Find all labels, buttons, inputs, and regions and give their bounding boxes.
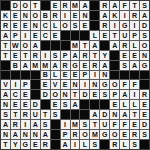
letter-cell[interactable]: L [51,21,60,30]
letter-cell[interactable]: D [11,1,20,10]
black-cell [61,31,70,40]
letter-cell[interactable]: S [51,110,60,119]
letter-cell[interactable]: P [61,130,70,139]
letter-cell[interactable]: E [11,51,20,60]
letter-cell[interactable]: A [100,11,109,20]
black-cell [31,90,40,99]
black-cell [51,140,60,149]
letter-cell[interactable]: N [1,130,10,139]
letter-cell[interactable]: S [90,140,99,149]
letter-cell[interactable]: E [90,90,99,99]
black-cell [80,110,89,119]
letter-cell[interactable]: G [140,61,149,70]
letter-cell[interactable]: D [140,21,149,30]
letter-cell[interactable]: O [51,90,60,99]
letter-cell[interactable]: T [130,1,139,10]
letter-cell[interactable]: N [90,80,99,89]
letter-cell[interactable]: T [1,140,10,149]
letter-cell[interactable]: R [80,51,89,60]
letter-cell[interactable]: E [51,100,60,109]
black-cell [1,1,10,10]
letter-cell[interactable]: A [120,110,129,119]
black-cell [61,41,70,50]
letter-cell[interactable]: N [140,51,149,60]
letter-cell[interactable]: F [110,120,119,129]
black-cell [31,71,40,80]
letter-cell[interactable]: A [90,110,99,119]
letter-cell[interactable]: A [11,130,20,139]
letter-cell[interactable]: E [120,51,129,60]
letter-cell[interactable]: B [41,71,50,80]
black-cell [41,41,50,50]
letter-cell[interactable]: R [41,140,50,149]
letter-cell[interactable]: S [1,110,10,119]
letter-cell[interactable]: O [110,130,119,139]
letter-cell[interactable]: A [41,130,50,139]
letter-cell[interactable]: A [80,1,89,10]
black-cell [90,100,99,109]
letter-cell[interactable]: A [110,1,119,10]
black-cell [110,71,119,80]
black-cell [71,31,80,40]
letter-cell[interactable]: E [11,21,20,30]
letter-cell[interactable]: I [90,71,99,80]
letter-cell[interactable]: L [120,100,129,109]
black-cell [110,61,119,70]
letter-cell[interactable]: T [110,31,119,40]
black-cell [21,71,30,80]
black-cell [100,140,109,149]
letter-cell[interactable]: T [1,41,10,50]
letter-cell[interactable]: A [31,120,40,129]
letter-cell[interactable]: E [100,31,109,40]
black-cell [51,120,60,129]
letter-cell[interactable]: T [41,110,50,119]
letter-cell[interactable]: E [51,1,60,10]
letter-cell[interactable]: A [90,41,99,50]
letter-cell[interactable]: I [21,120,30,129]
letter-cell[interactable]: F [130,80,139,89]
letter-cell[interactable]: M [71,41,80,50]
letter-cell[interactable]: I [41,51,50,60]
letter-cell[interactable]: K [110,11,119,20]
letter-cell[interactable]: M [31,61,40,70]
black-cell [140,140,149,149]
letter-cell[interactable]: C [41,31,50,40]
letter-cell[interactable]: E [130,120,139,129]
letter-cell[interactable]: R [110,140,119,149]
letter-cell[interactable]: A [71,100,80,109]
letter-cell[interactable]: G [100,130,109,139]
letter-cell[interactable]: R [1,21,10,30]
crossword-grid: DOTERMARAFTSKENOBRIENAKIRAREENCLOSERIGID… [0,0,150,150]
letter-cell[interactable]: R [31,51,40,60]
letter-cell[interactable]: O [31,11,40,20]
letter-cell[interactable]: A [71,51,80,60]
black-cell [110,51,119,60]
letter-cell[interactable]: O [80,130,89,139]
letter-cell[interactable]: E [61,71,70,80]
letter-cell[interactable]: S [140,31,149,40]
letter-cell[interactable]: S [130,140,139,149]
letter-cell[interactable]: P [61,51,70,60]
letter-cell[interactable]: T [90,120,99,129]
letter-cell[interactable]: V [1,80,10,89]
letter-cell[interactable]: R [120,41,129,50]
letter-cell[interactable]: U [120,31,129,40]
letter-cell[interactable]: R [90,61,99,70]
letter-cell[interactable]: L [130,41,139,50]
letter-cell[interactable]: D [31,100,40,109]
black-cell [90,21,99,30]
letter-cell[interactable]: E [120,130,129,139]
letter-cell[interactable]: E [130,51,139,60]
letter-cell[interactable]: I [120,11,129,20]
letter-cell[interactable]: P [130,31,139,40]
black-cell [140,71,149,80]
letter-cell[interactable]: F [120,120,129,129]
letter-cell[interactable]: C [41,21,50,30]
letter-cell[interactable]: K [1,11,10,20]
letter-cell[interactable]: G [21,140,30,149]
letter-cell[interactable]: N [110,110,119,119]
letter-cell[interactable]: E [11,11,20,20]
black-cell [90,11,99,20]
letter-cell[interactable]: L [80,140,89,149]
letter-cell[interactable]: N [100,71,109,80]
letter-cell[interactable]: M [41,61,50,70]
letter-cell[interactable]: A [31,41,40,50]
letter-cell[interactable]: A [100,61,109,70]
black-cell [1,71,10,80]
letter-cell[interactable]: D [41,90,50,99]
letter-cell[interactable]: R [100,1,109,10]
letter-cell[interactable]: N [61,90,70,99]
black-cell [80,31,89,40]
letter-cell[interactable]: R [71,130,80,139]
letter-cell[interactable]: F [120,1,129,10]
letter-cell[interactable]: W [11,41,20,50]
letter-cell[interactable]: C [11,90,20,99]
letter-cell[interactable]: T [130,110,139,119]
letter-cell[interactable]: T [21,51,30,60]
letter-cell[interactable]: L [120,140,129,149]
letter-cell[interactable]: R [51,11,60,20]
letter-cell[interactable]: O [21,1,30,10]
letter-cell[interactable]: M [71,120,80,129]
letter-cell[interactable]: I [130,21,139,30]
letter-cell[interactable]: L [130,100,139,109]
letter-cell[interactable]: E [140,110,149,119]
letter-cell[interactable]: E [21,21,30,30]
letter-cell[interactable]: T [90,51,99,60]
letter-cell[interactable]: T [80,41,89,50]
letter-cell[interactable]: O [21,41,30,50]
letter-cell[interactable]: A [140,11,149,20]
letter-cell[interactable]: D [80,90,89,99]
letter-cell[interactable]: O [140,41,149,50]
letter-cell[interactable]: E [80,21,89,30]
black-cell [61,110,70,119]
black-cell [80,100,89,109]
letter-cell[interactable]: E [140,100,149,109]
letter-cell[interactable]: E [61,80,70,89]
letter-cell[interactable]: E [31,31,40,40]
letter-cell[interactable]: B [41,11,50,20]
letter-cell[interactable]: I [61,11,70,20]
black-cell [100,41,109,50]
letter-cell[interactable]: A [130,61,139,70]
letter-cell[interactable]: O [110,80,119,89]
letter-cell[interactable]: E [71,71,80,80]
letter-cell[interactable]: A [51,61,60,70]
black-cell [31,80,40,89]
letter-cell[interactable]: O [61,21,70,30]
letter-cell[interactable]: G [120,21,129,30]
letter-cell[interactable]: I [110,21,119,30]
letter-cell[interactable]: N [31,21,40,30]
letter-cell[interactable]: I [61,120,70,129]
letter-cell[interactable]: I [130,90,139,99]
letter-cell[interactable]: V [51,80,60,89]
letter-cell[interactable]: S [140,130,149,139]
letter-cell[interactable]: S [71,21,80,30]
black-cell [140,80,149,89]
black-cell [41,100,50,109]
black-cell [71,110,80,119]
letter-cell[interactable]: P [80,71,89,80]
letter-cell[interactable]: R [130,11,139,20]
letter-cell[interactable]: D [140,120,149,129]
letter-cell[interactable]: S [51,51,60,60]
letter-cell[interactable]: S [41,120,50,129]
letter-cell[interactable]: N [1,100,10,109]
letter-cell[interactable]: E [21,100,30,109]
letter-cell[interactable]: R [61,1,70,10]
letter-cell[interactable]: E [21,90,30,99]
letter-cell[interactable]: S [140,1,149,10]
letter-cell[interactable]: T [31,1,40,10]
letter-cell[interactable]: U [31,110,40,119]
black-cell [41,1,50,10]
letter-cell[interactable]: L [90,31,99,40]
letter-cell[interactable]: G [100,80,109,89]
black-cell [11,71,20,80]
letter-cell[interactable]: M [90,130,99,139]
letter-cell[interactable]: I [80,80,89,89]
letter-cell[interactable]: A [61,140,70,149]
black-cell [100,100,109,109]
letter-cell[interactable]: D [100,110,109,119]
black-cell [120,71,129,80]
letter-cell[interactable]: S [100,90,109,99]
letter-cell[interactable]: A [1,31,10,40]
letter-cell[interactable]: I [21,31,30,40]
letter-cell[interactable]: N [21,11,30,20]
letter-cell[interactable]: A [21,61,30,70]
letter-cell[interactable]: F [120,80,129,89]
black-cell [51,41,60,50]
letter-cell[interactable]: E [11,100,20,109]
letter-cell[interactable]: S [61,100,70,109]
letter-cell[interactable]: T [71,90,80,99]
letter-cell[interactable]: N [31,130,40,139]
letter-cell[interactable]: R [100,21,109,30]
black-cell [51,130,60,139]
letter-cell[interactable]: P [21,80,30,89]
letter-cell[interactable]: A [120,90,129,99]
letter-cell[interactable]: E [71,11,80,20]
black-cell [1,61,10,70]
letter-cell[interactable]: A [1,120,10,129]
letter-cell[interactable]: Y [11,140,20,149]
letter-cell[interactable]: S [120,61,129,70]
letter-cell[interactable]: P [11,31,20,40]
black-cell [90,1,99,10]
letter-cell[interactable]: I [71,140,80,149]
letter-cell[interactable]: U [100,120,109,129]
letter-cell[interactable]: N [21,130,30,139]
letter-cell[interactable]: L [51,71,60,80]
letter-cell[interactable]: S [80,120,89,129]
letter-cell[interactable]: E [110,100,119,109]
letter-cell[interactable]: A [1,90,10,99]
letter-cell[interactable]: Y [100,51,109,60]
letter-cell[interactable]: R [130,130,139,139]
letter-cell[interactable]: G [71,61,80,70]
letter-cell[interactable]: R [21,110,30,119]
letter-cell[interactable]: A [110,41,119,50]
letter-cell[interactable]: R [140,90,149,99]
letter-cell[interactable]: P [110,90,119,99]
letter-cell[interactable]: M [71,1,80,10]
letter-cell[interactable]: T [1,51,10,60]
letter-cell[interactable]: I [11,80,20,89]
letter-cell[interactable]: E [80,61,89,70]
letter-cell[interactable]: N [80,11,89,20]
letter-cell[interactable]: R [61,61,70,70]
letter-cell[interactable]: R [11,120,20,129]
black-cell [130,71,139,80]
letter-cell[interactable]: E [31,140,40,149]
letter-cell[interactable]: T [11,110,20,119]
letter-cell[interactable]: N [71,80,80,89]
letter-cell[interactable]: E [51,31,60,40]
letter-cell[interactable]: E [41,80,50,89]
letter-cell[interactable]: B [11,61,20,70]
